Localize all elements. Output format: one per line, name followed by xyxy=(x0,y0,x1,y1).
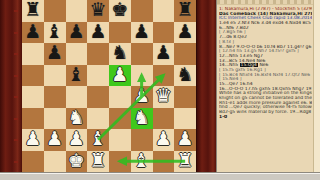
piece-white-pawn-c2[interactable]: ♟ xyxy=(68,129,85,148)
square-a6[interactable] xyxy=(22,43,44,65)
square-f5[interactable] xyxy=(131,65,153,87)
square-g1[interactable] xyxy=(153,151,175,173)
piece-white-knight-f3[interactable]: ♞ xyxy=(133,108,150,127)
piece-black-pawn-d7[interactable]: ♟ xyxy=(90,22,107,41)
square-f3[interactable]: ♞ xyxy=(131,108,153,130)
square-e8[interactable]: ♚ xyxy=(109,0,131,22)
rank-label-mark xyxy=(14,10,18,12)
square-d1[interactable]: ♜ xyxy=(87,151,109,173)
square-f8[interactable] xyxy=(131,0,153,22)
piece-black-queen-d8[interactable]: ♛ xyxy=(90,0,107,19)
rank-label-mark xyxy=(14,118,18,120)
square-e4[interactable] xyxy=(109,86,131,108)
piece-white-rook-d1[interactable]: ♜ xyxy=(90,151,107,170)
square-a5[interactable] xyxy=(22,65,44,87)
move-text[interactable]: 14...Nh5 xyxy=(219,63,240,67)
square-d7[interactable]: ♟ xyxy=(87,22,109,44)
piece-white-pawn-b2[interactable]: ♟ xyxy=(46,129,63,148)
square-e1[interactable] xyxy=(109,151,131,173)
square-d5[interactable] xyxy=(87,65,109,87)
piece-white-pawn-h2[interactable]: ♟ xyxy=(177,129,194,148)
square-e7[interactable] xyxy=(109,22,131,44)
square-c4[interactable] xyxy=(66,86,88,108)
notation-line-result: 1-0 xyxy=(219,115,312,120)
chess-board: ♜♛♚♜♟♝♟♟♟♟♟♞♟♝♟♞♟♛♞♞♟♟♟♝♟♟♚♜♝♜ xyxy=(22,0,196,172)
square-a8[interactable]: ♜ xyxy=(22,0,44,22)
square-h8[interactable]: ♜ xyxy=(174,0,196,22)
piece-black-king-e8[interactable]: ♚ xyxy=(111,0,128,19)
piece-white-knight-c3[interactable]: ♞ xyxy=(68,108,85,127)
square-d3[interactable] xyxy=(87,108,109,130)
piece-black-pawn-h7[interactable]: ♟ xyxy=(177,22,194,41)
notation-panel: 1: Nakamura,Hi (2787) - Stockfish 5 (329… xyxy=(216,0,314,172)
square-b2[interactable]: ♟ xyxy=(44,129,66,151)
square-a4[interactable] xyxy=(22,86,44,108)
piece-white-queen-g4[interactable]: ♛ xyxy=(155,86,172,105)
piece-black-bishop-c5[interactable]: ♝ xyxy=(68,65,85,84)
square-g3[interactable] xyxy=(153,108,175,130)
square-c3[interactable]: ♞ xyxy=(66,108,88,130)
square-e6[interactable]: ♞ xyxy=(109,43,131,65)
square-g4[interactable]: ♛ xyxy=(153,86,175,108)
square-d4[interactable] xyxy=(87,86,109,108)
square-h6[interactable] xyxy=(174,43,196,65)
square-d2[interactable]: ♝ xyxy=(87,129,109,151)
piece-black-pawn-c7[interactable]: ♟ xyxy=(68,22,85,41)
square-e3[interactable] xyxy=(109,108,131,130)
square-f4[interactable]: ♟ xyxy=(131,86,153,108)
square-h7[interactable]: ♟ xyxy=(174,22,196,44)
square-f7[interactable]: ♟ xyxy=(131,22,153,44)
square-b6[interactable]: ♟ xyxy=(44,43,66,65)
square-g6[interactable]: ♟ xyxy=(153,43,175,65)
piece-white-pawn-g2[interactable]: ♟ xyxy=(155,129,172,148)
square-b7[interactable]: ♝ xyxy=(44,22,66,44)
piece-black-knight-h5[interactable]: ♞ xyxy=(177,65,194,84)
square-c8[interactable] xyxy=(66,0,88,22)
square-c6[interactable] xyxy=(66,43,88,65)
piece-white-pawn-f4[interactable]: ♟ xyxy=(133,86,150,105)
notation-line-comment: Bd2-g5 wins material by force. 19...Rdg8… xyxy=(219,110,312,115)
square-f6[interactable] xyxy=(131,43,153,65)
square-h4[interactable] xyxy=(174,86,196,108)
square-d6[interactable] xyxy=(87,43,109,65)
square-c1[interactable]: ♚ xyxy=(66,151,88,173)
rank-label-mark xyxy=(14,96,18,98)
piece-white-bishop-d2[interactable]: ♝ xyxy=(90,129,107,148)
piece-black-bishop-b7[interactable]: ♝ xyxy=(46,22,63,41)
square-c2[interactable]: ♟ xyxy=(66,129,88,151)
piece-black-pawn-f7[interactable]: ♟ xyxy=(133,22,150,41)
square-b3[interactable] xyxy=(44,108,66,130)
rank-label-mark xyxy=(14,139,18,141)
square-h3[interactable] xyxy=(174,108,196,130)
square-g2[interactable]: ♟ xyxy=(153,129,175,151)
square-a2[interactable]: ♟ xyxy=(22,129,44,151)
square-b4[interactable] xyxy=(44,86,66,108)
piece-black-rook-a8[interactable]: ♜ xyxy=(24,0,41,19)
square-a3[interactable] xyxy=(22,108,44,130)
rank-label-mark xyxy=(14,32,18,34)
square-b8[interactable] xyxy=(44,0,66,22)
square-d8[interactable]: ♛ xyxy=(87,0,109,22)
move-text[interactable]: Ne6 xyxy=(258,63,268,67)
square-e5[interactable]: ♟ xyxy=(109,65,131,87)
current-move-highlight[interactable]: 15.Qg4 xyxy=(240,63,258,67)
square-g8[interactable] xyxy=(153,0,175,22)
piece-white-bishop-f1[interactable]: ♝ xyxy=(133,151,150,170)
square-g7[interactable] xyxy=(153,22,175,44)
square-h5[interactable]: ♞ xyxy=(174,65,196,87)
square-a1[interactable] xyxy=(22,151,44,173)
panel-scrollbar[interactable] xyxy=(313,0,320,172)
square-f1[interactable]: ♝ xyxy=(131,151,153,173)
square-g5[interactable] xyxy=(153,65,175,87)
piece-white-pawn-e5[interactable]: ♟ xyxy=(111,65,128,84)
square-a7[interactable]: ♟ xyxy=(22,22,44,44)
rank-label-mark xyxy=(14,161,18,163)
board-frame-right xyxy=(196,0,218,172)
square-h1[interactable]: ♜ xyxy=(174,151,196,173)
piece-black-pawn-b6[interactable]: ♟ xyxy=(46,43,63,62)
status-bar xyxy=(0,172,320,180)
chess-app-window: ♜♛♚♜♟♝♟♟♟♟♟♞♟♝♟♞♟♛♞♞♟♟♟♝♟♟♚♜♝♜ 1: Nakamu… xyxy=(0,0,320,180)
square-b5[interactable] xyxy=(44,65,66,87)
square-c5[interactable]: ♝ xyxy=(66,65,88,87)
square-e2[interactable] xyxy=(109,129,131,151)
board-frame-left xyxy=(0,0,23,172)
piece-black-pawn-a7[interactable]: ♟ xyxy=(24,22,41,41)
square-h2[interactable]: ♟ xyxy=(174,129,196,151)
square-b1[interactable] xyxy=(44,151,66,173)
piece-black-rook-h8[interactable]: ♜ xyxy=(177,0,194,19)
square-c7[interactable]: ♟ xyxy=(66,22,88,44)
piece-white-rook-h1[interactable]: ♜ xyxy=(177,151,194,170)
rank-label-mark xyxy=(14,75,18,77)
piece-black-knight-e6[interactable]: ♞ xyxy=(111,43,128,62)
square-f2[interactable] xyxy=(131,129,153,151)
piece-black-pawn-g6[interactable]: ♟ xyxy=(155,43,172,62)
piece-white-pawn-a2[interactable]: ♟ xyxy=(24,129,41,148)
rank-label-mark xyxy=(14,53,18,55)
piece-white-king-c1[interactable]: ♚ xyxy=(68,151,85,170)
